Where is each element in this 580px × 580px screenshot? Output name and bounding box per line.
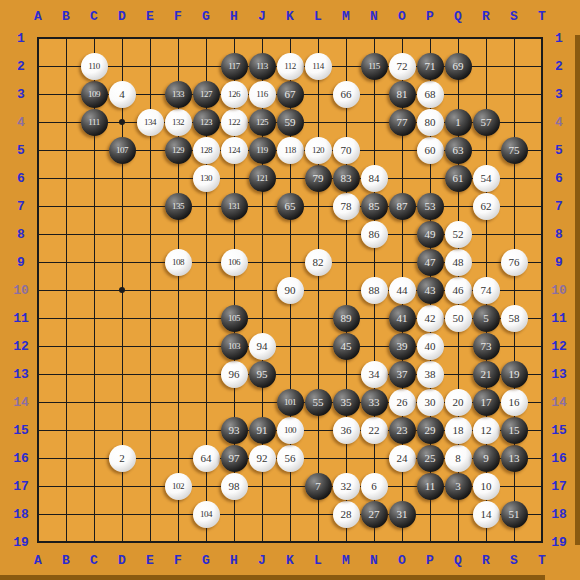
stone-Q2-black: 69 — [445, 53, 472, 80]
stone-G16-white: 64 — [193, 445, 220, 472]
stone-H11-black: 105 — [221, 305, 248, 332]
move-number: 75 — [509, 145, 520, 156]
col-label-bottom-Q: Q — [444, 553, 472, 568]
move-number: 57 — [481, 117, 492, 128]
stone-C2-white: 110 — [81, 53, 108, 80]
move-number: 29 — [425, 425, 436, 436]
move-number: 100 — [284, 426, 296, 435]
stone-N10-white: 88 — [361, 277, 388, 304]
move-number: 110 — [88, 62, 100, 71]
move-number: 65 — [285, 201, 296, 212]
stone-R11-black: 5 — [473, 305, 500, 332]
stone-F4-white: 132 — [165, 109, 192, 136]
stone-Q9-white: 48 — [445, 249, 472, 276]
stone-P8-black: 49 — [417, 221, 444, 248]
stone-J16-white: 92 — [249, 445, 276, 472]
col-label-bottom-A: A — [24, 553, 52, 568]
star-point-D4 — [119, 119, 125, 125]
stone-O15-black: 23 — [389, 417, 416, 444]
stone-M18-white: 28 — [333, 501, 360, 528]
stone-M3-white: 66 — [333, 81, 360, 108]
move-number: 129 — [172, 146, 184, 155]
col-label-bottom-M: M — [332, 553, 360, 568]
stone-K16-white: 56 — [277, 445, 304, 472]
stone-Q16-white: 8 — [445, 445, 472, 472]
col-label-bottom-E: E — [136, 553, 164, 568]
row-label-left-13: 13 — [7, 367, 35, 382]
star-point-D10 — [119, 287, 125, 293]
move-number: 97 — [229, 453, 240, 464]
move-number: 128 — [200, 146, 212, 155]
col-label-top-K: K — [276, 9, 304, 24]
stone-P2-black: 71 — [417, 53, 444, 80]
move-number: 54 — [481, 173, 492, 184]
col-label-top-H: H — [220, 9, 248, 24]
stone-P5-white: 60 — [417, 137, 444, 164]
move-number: 68 — [425, 89, 436, 100]
move-number: 19 — [509, 369, 520, 380]
row-label-left-3: 3 — [7, 87, 35, 102]
stone-J6-black: 121 — [249, 165, 276, 192]
stone-H16-black: 97 — [221, 445, 248, 472]
stone-R7-white: 62 — [473, 193, 500, 220]
row-label-right-7: 7 — [545, 199, 573, 214]
stone-M5-white: 70 — [333, 137, 360, 164]
stone-O10-white: 44 — [389, 277, 416, 304]
stone-J12-white: 94 — [249, 333, 276, 360]
col-label-bottom-N: N — [360, 553, 388, 568]
move-number: 124 — [228, 146, 240, 155]
stone-M11-black: 89 — [333, 305, 360, 332]
stone-O13-black: 37 — [389, 361, 416, 388]
move-number: 31 — [397, 509, 408, 520]
row-label-left-4: 4 — [7, 115, 35, 130]
stone-H13-white: 96 — [221, 361, 248, 388]
row-label-left-11: 11 — [7, 311, 35, 326]
move-number: 95 — [257, 369, 268, 380]
row-label-right-18: 18 — [545, 507, 573, 522]
stone-K14-black: 101 — [277, 389, 304, 416]
stone-P12-white: 40 — [417, 333, 444, 360]
move-number: 26 — [397, 397, 408, 408]
stone-R16-black: 9 — [473, 445, 500, 472]
stone-J13-black: 95 — [249, 361, 276, 388]
stone-L9-white: 82 — [305, 249, 332, 276]
move-number: 116 — [256, 90, 268, 99]
move-number: 50 — [453, 313, 464, 324]
col-label-bottom-T: T — [528, 553, 556, 568]
row-label-right-13: 13 — [545, 367, 573, 382]
row-label-left-6: 6 — [7, 171, 35, 186]
row-label-left-1: 1 — [7, 31, 35, 46]
col-label-bottom-P: P — [416, 553, 444, 568]
row-label-left-12: 12 — [7, 339, 35, 354]
stone-N18-black: 27 — [361, 501, 388, 528]
move-number: 58 — [509, 313, 520, 324]
move-number: 115 — [368, 62, 380, 71]
stone-D3-white: 4 — [109, 81, 136, 108]
move-number: 117 — [228, 62, 240, 71]
col-label-bottom-L: L — [304, 553, 332, 568]
col-label-top-C: C — [80, 9, 108, 24]
col-label-bottom-S: S — [500, 553, 528, 568]
stone-H3-white: 126 — [221, 81, 248, 108]
row-label-left-19: 19 — [7, 535, 35, 550]
move-number: 103 — [228, 342, 240, 351]
stone-S9-white: 76 — [501, 249, 528, 276]
stone-S15-black: 15 — [501, 417, 528, 444]
row-label-right-4: 4 — [545, 115, 573, 130]
stone-O7-black: 87 — [389, 193, 416, 220]
move-number: 6 — [371, 481, 377, 492]
move-number: 27 — [369, 509, 380, 520]
move-number: 63 — [453, 145, 464, 156]
stone-K4-black: 59 — [277, 109, 304, 136]
move-number: 30 — [425, 397, 436, 408]
col-label-top-P: P — [416, 9, 444, 24]
stone-C3-black: 109 — [81, 81, 108, 108]
col-label-top-M: M — [332, 9, 360, 24]
move-number: 16 — [509, 397, 520, 408]
col-label-bottom-C: C — [80, 553, 108, 568]
move-number: 55 — [313, 397, 324, 408]
row-label-left-10: 10 — [7, 283, 35, 298]
stone-K7-black: 65 — [277, 193, 304, 220]
row-label-right-5: 5 — [545, 143, 573, 158]
stone-O4-black: 77 — [389, 109, 416, 136]
stone-Q11-white: 50 — [445, 305, 472, 332]
col-label-top-T: T — [528, 9, 556, 24]
move-number: 42 — [425, 313, 436, 324]
stone-P13-white: 38 — [417, 361, 444, 388]
move-number: 94 — [257, 341, 268, 352]
stone-R4-black: 57 — [473, 109, 500, 136]
stone-J5-black: 119 — [249, 137, 276, 164]
move-number: 105 — [228, 314, 240, 323]
move-number: 48 — [453, 257, 464, 268]
move-number: 79 — [313, 173, 324, 184]
move-number: 98 — [229, 481, 240, 492]
move-number: 32 — [341, 481, 352, 492]
move-number: 34 — [369, 369, 380, 380]
move-number: 47 — [425, 257, 436, 268]
row-label-left-18: 18 — [7, 507, 35, 522]
move-number: 38 — [425, 369, 436, 380]
go-game-window: AABBCCDDEEFFGGHHJJKKLLMMNNOOPPQQRRSSTT11… — [0, 0, 580, 580]
stone-N14-black: 33 — [361, 389, 388, 416]
move-number: 24 — [397, 453, 408, 464]
stone-F3-black: 133 — [165, 81, 192, 108]
stone-L6-black: 79 — [305, 165, 332, 192]
stone-J4-black: 125 — [249, 109, 276, 136]
stone-S5-black: 75 — [501, 137, 528, 164]
move-number: 70 — [341, 145, 352, 156]
stone-G4-black: 123 — [193, 109, 220, 136]
move-number: 45 — [341, 341, 352, 352]
stone-H12-black: 103 — [221, 333, 248, 360]
move-number: 80 — [425, 117, 436, 128]
move-number: 123 — [200, 118, 212, 127]
move-number: 120 — [312, 146, 324, 155]
move-number: 7 — [315, 481, 321, 492]
move-number: 85 — [369, 201, 380, 212]
move-number: 83 — [341, 173, 352, 184]
move-number: 37 — [397, 369, 408, 380]
stone-S16-black: 13 — [501, 445, 528, 472]
col-label-top-N: N — [360, 9, 388, 24]
stone-O3-black: 81 — [389, 81, 416, 108]
grid-vline — [318, 37, 319, 543]
move-number: 20 — [453, 397, 464, 408]
stone-R14-black: 17 — [473, 389, 500, 416]
col-label-top-A: A — [24, 9, 52, 24]
move-number: 39 — [397, 341, 408, 352]
move-number: 1 — [455, 117, 461, 128]
stone-H9-white: 106 — [221, 249, 248, 276]
stone-K10-white: 90 — [277, 277, 304, 304]
move-number: 133 — [172, 90, 184, 99]
move-number: 74 — [481, 285, 492, 296]
stone-M17-white: 32 — [333, 473, 360, 500]
stone-K15-white: 100 — [277, 417, 304, 444]
move-number: 134 — [144, 118, 156, 127]
stone-G3-black: 127 — [193, 81, 220, 108]
row-label-left-8: 8 — [7, 227, 35, 242]
move-number: 71 — [425, 61, 436, 72]
stone-L5-white: 120 — [305, 137, 332, 164]
move-number: 69 — [453, 61, 464, 72]
stone-N7-black: 85 — [361, 193, 388, 220]
row-label-left-7: 7 — [7, 199, 35, 214]
stone-L2-white: 114 — [305, 53, 332, 80]
row-label-right-11: 11 — [545, 311, 573, 326]
move-number: 23 — [397, 425, 408, 436]
row-label-right-12: 12 — [545, 339, 573, 354]
stone-N15-white: 22 — [361, 417, 388, 444]
move-number: 46 — [453, 285, 464, 296]
grid-hline — [37, 541, 543, 543]
move-number: 88 — [369, 285, 380, 296]
move-number: 18 — [453, 425, 464, 436]
grid-hline — [37, 374, 543, 375]
col-label-bottom-R: R — [472, 553, 500, 568]
col-label-top-O: O — [388, 9, 416, 24]
stone-Q14-white: 20 — [445, 389, 472, 416]
stone-H17-white: 98 — [221, 473, 248, 500]
col-label-top-F: F — [164, 9, 192, 24]
move-number: 52 — [453, 229, 464, 240]
stone-J3-white: 116 — [249, 81, 276, 108]
move-number: 107 — [116, 146, 128, 155]
row-label-left-16: 16 — [7, 451, 35, 466]
move-number: 3 — [455, 481, 461, 492]
board-shadow-bottom — [0, 575, 545, 580]
grid-vline — [346, 37, 347, 543]
move-number: 102 — [172, 482, 184, 491]
row-label-left-15: 15 — [7, 423, 35, 438]
move-number: 89 — [341, 313, 352, 324]
move-number: 104 — [200, 510, 212, 519]
move-number: 91 — [257, 425, 268, 436]
move-number: 109 — [88, 90, 100, 99]
stone-C4-black: 111 — [81, 109, 108, 136]
stone-S13-black: 19 — [501, 361, 528, 388]
row-label-right-17: 17 — [545, 479, 573, 494]
move-number: 87 — [397, 201, 408, 212]
move-number: 101 — [284, 398, 296, 407]
grid-vline — [541, 37, 543, 543]
stone-P14-white: 30 — [417, 389, 444, 416]
col-label-top-L: L — [304, 9, 332, 24]
stone-H7-black: 131 — [221, 193, 248, 220]
col-label-top-S: S — [500, 9, 528, 24]
stone-K2-white: 112 — [277, 53, 304, 80]
col-label-top-Q: Q — [444, 9, 472, 24]
col-label-bottom-F: F — [164, 553, 192, 568]
stone-R17-white: 10 — [473, 473, 500, 500]
move-number: 53 — [425, 201, 436, 212]
move-number: 125 — [256, 118, 268, 127]
move-number: 64 — [201, 453, 212, 464]
stone-R6-white: 54 — [473, 165, 500, 192]
move-number: 131 — [228, 202, 240, 211]
move-number: 33 — [369, 397, 380, 408]
move-number: 73 — [481, 341, 492, 352]
col-label-bottom-J: J — [248, 553, 276, 568]
move-number: 132 — [172, 118, 184, 127]
stone-Q17-black: 3 — [445, 473, 472, 500]
stone-G5-white: 128 — [193, 137, 220, 164]
stone-P3-white: 68 — [417, 81, 444, 108]
move-number: 11 — [425, 481, 436, 492]
move-number: 41 — [397, 313, 408, 324]
stone-M7-white: 78 — [333, 193, 360, 220]
stone-J15-black: 91 — [249, 417, 276, 444]
stone-O11-black: 41 — [389, 305, 416, 332]
move-number: 135 — [172, 202, 184, 211]
col-label-bottom-H: H — [220, 553, 248, 568]
board-shadow-right — [575, 35, 580, 545]
stone-P17-black: 11 — [417, 473, 444, 500]
row-label-right-6: 6 — [545, 171, 573, 186]
row-label-right-3: 3 — [545, 87, 573, 102]
move-number: 62 — [481, 201, 492, 212]
move-number: 36 — [341, 425, 352, 436]
grid-hline — [37, 514, 543, 515]
move-number: 2 — [119, 453, 125, 464]
stone-S14-white: 16 — [501, 389, 528, 416]
stone-D16-white: 2 — [109, 445, 136, 472]
move-number: 77 — [397, 117, 408, 128]
row-label-right-8: 8 — [545, 227, 573, 242]
stone-H15-black: 93 — [221, 417, 248, 444]
row-label-right-10: 10 — [545, 283, 573, 298]
stone-D5-black: 107 — [109, 137, 136, 164]
move-number: 84 — [369, 173, 380, 184]
stone-Q5-black: 63 — [445, 137, 472, 164]
stone-R18-white: 14 — [473, 501, 500, 528]
move-number: 59 — [285, 117, 296, 128]
stone-F17-white: 102 — [165, 473, 192, 500]
row-label-right-14: 14 — [545, 395, 573, 410]
col-label-bottom-D: D — [108, 553, 136, 568]
stone-L17-black: 7 — [305, 473, 332, 500]
col-label-top-G: G — [192, 9, 220, 24]
move-number: 35 — [341, 397, 352, 408]
stone-N2-black: 115 — [361, 53, 388, 80]
stone-K5-white: 118 — [277, 137, 304, 164]
move-number: 93 — [229, 425, 240, 436]
stone-N17-white: 6 — [361, 473, 388, 500]
col-label-top-J: J — [248, 9, 276, 24]
move-number: 121 — [256, 174, 268, 183]
stone-L14-black: 55 — [305, 389, 332, 416]
stone-O18-black: 31 — [389, 501, 416, 528]
move-number: 14 — [481, 509, 492, 520]
stone-Q10-white: 46 — [445, 277, 472, 304]
row-label-left-17: 17 — [7, 479, 35, 494]
move-number: 60 — [425, 145, 436, 156]
move-number: 96 — [229, 369, 240, 380]
move-number: 112 — [284, 62, 296, 71]
move-number: 106 — [228, 258, 240, 267]
stone-K3-black: 67 — [277, 81, 304, 108]
move-number: 118 — [284, 146, 296, 155]
row-label-right-9: 9 — [545, 255, 573, 270]
stone-Q4-black: 1 — [445, 109, 472, 136]
stone-O2-white: 72 — [389, 53, 416, 80]
stone-N8-white: 86 — [361, 221, 388, 248]
stone-G18-white: 104 — [193, 501, 220, 528]
move-number: 66 — [341, 89, 352, 100]
col-label-bottom-B: B — [52, 553, 80, 568]
move-number: 43 — [425, 285, 436, 296]
stone-Q15-white: 18 — [445, 417, 472, 444]
move-number: 119 — [256, 146, 268, 155]
grid-hline — [37, 346, 543, 347]
move-number: 17 — [481, 397, 492, 408]
stone-F5-black: 129 — [165, 137, 192, 164]
move-number: 5 — [483, 313, 489, 324]
row-label-right-15: 15 — [545, 423, 573, 438]
row-label-left-5: 5 — [7, 143, 35, 158]
move-number: 90 — [285, 285, 296, 296]
stone-O12-black: 39 — [389, 333, 416, 360]
col-label-top-D: D — [108, 9, 136, 24]
move-number: 51 — [509, 509, 520, 520]
move-number: 40 — [425, 341, 436, 352]
stone-M14-black: 35 — [333, 389, 360, 416]
move-number: 28 — [341, 509, 352, 520]
stone-S11-white: 58 — [501, 305, 528, 332]
stone-P9-black: 47 — [417, 249, 444, 276]
move-number: 44 — [397, 285, 408, 296]
stone-M12-black: 45 — [333, 333, 360, 360]
stone-P11-white: 42 — [417, 305, 444, 332]
col-label-top-E: E — [136, 9, 164, 24]
move-number: 126 — [228, 90, 240, 99]
row-label-right-16: 16 — [545, 451, 573, 466]
move-number: 127 — [200, 90, 212, 99]
stone-P15-black: 29 — [417, 417, 444, 444]
row-label-right-1: 1 — [545, 31, 573, 46]
move-number: 92 — [257, 453, 268, 464]
row-label-right-2: 2 — [545, 59, 573, 74]
move-number: 78 — [341, 201, 352, 212]
stone-R10-white: 74 — [473, 277, 500, 304]
move-number: 86 — [369, 229, 380, 240]
stone-F7-black: 135 — [165, 193, 192, 220]
